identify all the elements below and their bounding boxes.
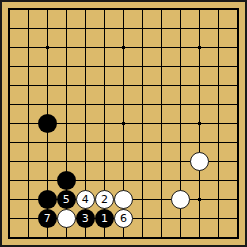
grid-line-vertical — [218, 9, 219, 238]
go-board-diagram: 5427316 — [0, 0, 247, 247]
move-number-label: 2 — [101, 194, 108, 205]
star-point — [198, 122, 201, 125]
stone-black-7: 7 — [38, 209, 57, 228]
stone-black — [38, 190, 57, 209]
grid-line-horizontal — [9, 180, 238, 181]
move-number-label: 6 — [120, 213, 127, 224]
stone-black-5: 5 — [57, 190, 76, 209]
grid-line-horizontal — [9, 142, 238, 143]
stone-black — [38, 114, 57, 133]
move-number-label: 1 — [101, 213, 108, 224]
star-point — [198, 198, 201, 201]
star-point — [198, 46, 201, 49]
move-number-label: 5 — [63, 194, 70, 205]
stone-black — [57, 171, 76, 190]
move-number-label: 3 — [82, 213, 89, 224]
grid-line-vertical — [161, 9, 162, 238]
goban: 5427316 — [2, 2, 245, 245]
grid-line-vertical — [142, 9, 143, 238]
star-point — [46, 46, 49, 49]
star-point — [122, 46, 125, 49]
move-number-label: 4 — [82, 194, 89, 205]
star-point — [122, 122, 125, 125]
move-number-label: 7 — [44, 213, 51, 224]
